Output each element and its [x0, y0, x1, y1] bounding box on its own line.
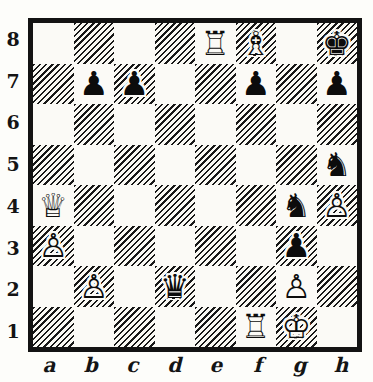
square-d5 — [155, 145, 196, 186]
square-f2 — [236, 266, 277, 307]
white-rook: ♖ — [241, 310, 271, 343]
square-b8 — [74, 23, 115, 64]
square-g2: ♙ — [276, 266, 317, 307]
square-e6 — [195, 104, 236, 145]
square-e3 — [195, 226, 236, 267]
black-pawn: ♟ — [322, 67, 352, 100]
square-f3 — [236, 226, 277, 267]
square-h6 — [317, 104, 358, 145]
square-a1 — [33, 307, 74, 348]
file-label-e: e — [195, 350, 237, 380]
square-e5 — [195, 145, 236, 186]
square-b5 — [74, 145, 115, 186]
square-h3 — [317, 226, 358, 267]
square-a3: ♙ — [33, 226, 74, 267]
black-queen: ♛ — [160, 270, 190, 303]
square-h1 — [317, 307, 358, 348]
square-e8: ♖ — [195, 23, 236, 64]
white-bishop: ♗ — [241, 27, 271, 60]
square-d2: ♛ — [155, 266, 196, 307]
square-a5 — [33, 145, 74, 186]
file-label-d: d — [153, 350, 195, 380]
rank-label-5: 5 — [0, 143, 26, 185]
square-b6 — [74, 104, 115, 145]
square-c3 — [114, 226, 155, 267]
square-b7: ♟ — [74, 64, 115, 105]
square-h4: ♙ — [317, 185, 358, 226]
square-f6 — [236, 104, 277, 145]
square-a4: ♕ — [33, 185, 74, 226]
file-label-g: g — [279, 350, 321, 380]
square-c6 — [114, 104, 155, 145]
square-g1: ♔ — [276, 307, 317, 348]
square-d7 — [155, 64, 196, 105]
rank-labels: 87654321 — [0, 18, 26, 352]
square-h7: ♟ — [317, 64, 358, 105]
square-e7 — [195, 64, 236, 105]
black-pawn: ♟ — [119, 67, 149, 100]
square-a6 — [33, 104, 74, 145]
square-b4 — [74, 185, 115, 226]
file-label-c: c — [112, 350, 154, 380]
square-d4 — [155, 185, 196, 226]
square-d6 — [155, 104, 196, 145]
square-h2 — [317, 266, 358, 307]
white-king: ♔ — [281, 310, 311, 343]
chess-board: ♖♗♚♟♟♟♟♞♕♞♙♙♟♙♛♙♖♔ — [28, 18, 362, 352]
file-label-b: b — [70, 350, 112, 380]
white-rook: ♖ — [200, 27, 230, 60]
square-e4 — [195, 185, 236, 226]
square-c1 — [114, 307, 155, 348]
square-a7 — [33, 64, 74, 105]
square-f1: ♖ — [236, 307, 277, 348]
square-a8 — [33, 23, 74, 64]
file-label-a: a — [28, 350, 70, 380]
file-labels: abcdefgh — [28, 350, 362, 380]
black-pawn: ♟ — [281, 229, 311, 262]
square-g6 — [276, 104, 317, 145]
square-f7: ♟ — [236, 64, 277, 105]
rank-label-8: 8 — [0, 18, 26, 60]
square-b3 — [74, 226, 115, 267]
square-c5 — [114, 145, 155, 186]
square-d3 — [155, 226, 196, 267]
square-g3: ♟ — [276, 226, 317, 267]
square-d1 — [155, 307, 196, 348]
rank-label-3: 3 — [0, 227, 26, 269]
square-e2 — [195, 266, 236, 307]
rank-label-4: 4 — [0, 185, 26, 227]
black-knight: ♞ — [322, 148, 352, 181]
square-b2: ♙ — [74, 266, 115, 307]
rank-label-2: 2 — [0, 269, 26, 311]
square-c7: ♟ — [114, 64, 155, 105]
rank-label-6: 6 — [0, 102, 26, 144]
black-pawn: ♟ — [241, 67, 271, 100]
black-pawn: ♟ — [79, 67, 109, 100]
square-a2 — [33, 266, 74, 307]
file-label-f: f — [237, 350, 279, 380]
black-king: ♚ — [322, 27, 352, 60]
square-d8 — [155, 23, 196, 64]
white-pawn: ♙ — [79, 270, 109, 303]
square-f5 — [236, 145, 277, 186]
square-h8: ♚ — [317, 23, 358, 64]
square-h5: ♞ — [317, 145, 358, 186]
square-c4 — [114, 185, 155, 226]
file-label-h: h — [320, 350, 362, 380]
white-queen: ♕ — [38, 189, 68, 222]
white-pawn: ♙ — [38, 229, 68, 262]
white-pawn: ♙ — [281, 270, 311, 303]
square-b1 — [74, 307, 115, 348]
square-g7 — [276, 64, 317, 105]
rank-label-1: 1 — [0, 310, 26, 352]
chess-diagram: 87654321 ♖♗♚♟♟♟♟♞♕♞♙♙♟♙♛♙♖♔ abcdefgh — [0, 0, 373, 382]
black-knight: ♞ — [281, 189, 311, 222]
square-g4: ♞ — [276, 185, 317, 226]
square-f4 — [236, 185, 277, 226]
square-g8 — [276, 23, 317, 64]
square-f8: ♗ — [236, 23, 277, 64]
square-g5 — [276, 145, 317, 186]
square-c2 — [114, 266, 155, 307]
rank-label-7: 7 — [0, 60, 26, 102]
square-c8 — [114, 23, 155, 64]
white-pawn: ♙ — [322, 189, 352, 222]
square-e1 — [195, 307, 236, 348]
